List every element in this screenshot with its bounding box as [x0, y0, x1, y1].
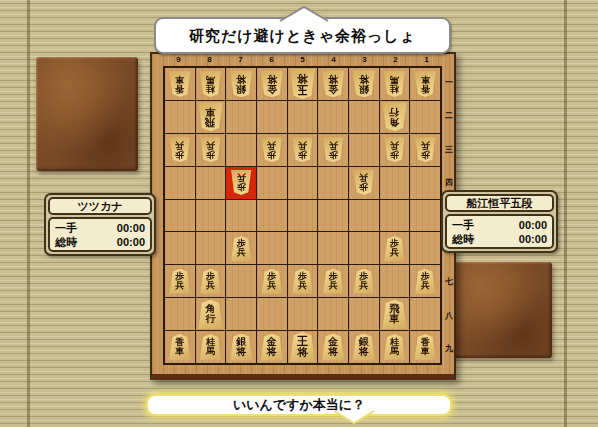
shogi-piece-sente[interactable]: 歩兵 [169, 269, 190, 294]
shogi-piece-sente[interactable]: 金将 [322, 334, 345, 361]
total-time-value: 00:00 [519, 232, 547, 246]
board-cell[interactable] [257, 232, 287, 264]
shogi-piece-sente[interactable]: 歩兵 [231, 236, 252, 261]
board-cell[interactable]: 歩兵 [165, 134, 195, 166]
shogi-piece-gote[interactable]: 歩兵 [415, 137, 436, 162]
total-time-label: 総時 [452, 232, 474, 246]
board-cell[interactable]: 角行 [380, 101, 410, 133]
shogi-piece-gote[interactable]: 香車 [414, 71, 436, 97]
speech-bubble-top: 研究だけ避けときゃ余裕っしょ [154, 17, 451, 54]
board-cell[interactable] [196, 232, 226, 264]
board-cell[interactable]: 歩兵 [349, 265, 379, 297]
board-cell[interactable]: 桂馬 [196, 68, 226, 100]
board-cell[interactable] [165, 232, 195, 264]
move-time-value: 00:00 [519, 218, 547, 232]
board-cell[interactable]: 王将 [288, 331, 318, 363]
board-cell[interactable]: 歩兵 [196, 134, 226, 166]
shogi-piece-gote[interactable]: 歩兵 [231, 170, 252, 195]
board-cell[interactable] [165, 200, 195, 232]
board-cell[interactable] [226, 298, 256, 330]
shogi-piece-sente[interactable]: 香車 [169, 334, 191, 360]
file-label: 9 [163, 54, 194, 66]
file-label: 8 [194, 54, 225, 66]
board-cell[interactable] [165, 298, 195, 330]
speech-text-bottom: いいんですか本当に？ [233, 397, 365, 412]
player-name-left: ツツカナ [48, 197, 152, 215]
shogi-piece-sente[interactable]: 角行 [198, 300, 223, 329]
board-cell[interactable] [349, 298, 379, 330]
board-cell[interactable]: 歩兵 [226, 232, 256, 264]
move-time-value: 00:00 [117, 221, 145, 235]
shogi-piece-sente[interactable]: 銀将 [352, 334, 375, 361]
shogi-piece-gote[interactable]: 桂馬 [199, 71, 221, 97]
board-cell[interactable]: 角行 [196, 298, 226, 330]
board-cell[interactable] [318, 232, 348, 264]
shogi-piece-gote[interactable]: 角行 [382, 102, 407, 131]
file-label: 5 [287, 54, 318, 66]
file-label: 4 [318, 54, 349, 66]
board-cell[interactable]: 桂馬 [380, 331, 410, 363]
player-name-right: 船江恒平五段 [445, 194, 554, 212]
shogi-piece-sente[interactable]: 歩兵 [323, 269, 344, 294]
board-cell[interactable] [288, 232, 318, 264]
board-cell[interactable] [226, 101, 256, 133]
board-cell[interactable] [349, 232, 379, 264]
file-label: 2 [380, 54, 411, 66]
board-cell[interactable] [196, 167, 226, 199]
board-cell[interactable]: 銀将 [226, 331, 256, 363]
move-time-label: 一手 [452, 218, 474, 232]
speech-text-top: 研究だけ避けときゃ余裕っしょ [189, 27, 416, 44]
board-cell[interactable]: 歩兵 [226, 167, 256, 199]
board-cell[interactable]: 飛車 [196, 101, 226, 133]
rank-label: 八 [443, 299, 455, 332]
board-cell[interactable] [349, 200, 379, 232]
board-cell[interactable]: 歩兵 [196, 265, 226, 297]
board-cell[interactable]: 飛車 [380, 298, 410, 330]
board-cell[interactable] [380, 265, 410, 297]
rank-label: 一 [443, 66, 455, 99]
board-cell[interactable]: 香車 [165, 331, 195, 363]
board-cell[interactable] [288, 200, 318, 232]
board-cell[interactable]: 銀将 [226, 68, 256, 100]
rank-label: 九 [443, 332, 455, 365]
shogi-piece-sente[interactable]: 飛車 [382, 300, 407, 329]
shogi-piece-gote[interactable]: 歩兵 [261, 137, 282, 162]
rank-label: 七 [443, 265, 455, 298]
shogi-piece-sente[interactable]: 香車 [414, 334, 436, 360]
board-cell[interactable]: 歩兵 [410, 265, 440, 297]
shogi-piece-sente[interactable]: 歩兵 [415, 269, 436, 294]
board-cell[interactable]: 歩兵 [165, 265, 195, 297]
total-time-value: 00:00 [117, 235, 145, 249]
board-cell[interactable]: 金将 [318, 68, 348, 100]
board-cell[interactable] [380, 200, 410, 232]
file-coordinate-labels: 987654321 [163, 54, 442, 66]
player-panel-right: 船江恒平五段 一手 00:00 総時 00:00 [441, 190, 558, 253]
shogi-piece-sente[interactable]: 桂馬 [199, 334, 221, 360]
shogi-piece-gote[interactable]: 歩兵 [292, 137, 313, 162]
board-cell[interactable] [257, 200, 287, 232]
board-cell[interactable] [165, 167, 195, 199]
clock-right: 一手 00:00 総時 00:00 [445, 214, 554, 249]
board-cell[interactable] [410, 101, 440, 133]
board-cell[interactable]: 香車 [410, 331, 440, 363]
shogi-piece-sente[interactable]: 歩兵 [384, 236, 405, 261]
board-cell[interactable]: 銀将 [349, 331, 379, 363]
shogi-piece-gote[interactable]: 銀将 [352, 70, 375, 97]
tatami-seam [27, 0, 30, 427]
move-time-label: 一手 [55, 221, 77, 235]
shogi-piece-sente[interactable]: 金将 [260, 334, 283, 361]
shogi-piece-gote[interactable]: 金将 [260, 70, 283, 97]
board-cell[interactable]: 桂馬 [196, 331, 226, 363]
board-cell[interactable]: 銀将 [349, 68, 379, 100]
board-cell[interactable] [349, 101, 379, 133]
board-grid: 香車桂馬銀将金将玉将金将銀将桂馬香車飛車角行歩兵歩兵歩兵歩兵歩兵歩兵歩兵歩兵歩兵… [163, 66, 442, 365]
shogi-piece-sente[interactable]: 歩兵 [292, 269, 313, 294]
shogi-piece-gote[interactable]: 銀将 [230, 70, 253, 97]
board-cell[interactable]: 香車 [165, 68, 195, 100]
board-cell[interactable] [318, 101, 348, 133]
shogi-piece-gote[interactable]: 金将 [322, 70, 345, 97]
shogi-piece-sente[interactable]: 歩兵 [200, 269, 221, 294]
gote-captured-pieces-stand[interactable] [36, 57, 138, 171]
board-cell[interactable] [257, 298, 287, 330]
board-cell[interactable] [410, 298, 440, 330]
shogi-piece-gote[interactable]: 歩兵 [169, 137, 190, 162]
shogi-piece-sente[interactable]: 歩兵 [353, 269, 374, 294]
board-cell[interactable] [226, 134, 256, 166]
file-label: 3 [349, 54, 380, 66]
tatami-seam [564, 0, 567, 427]
board-cell[interactable] [349, 134, 379, 166]
player-panel-left: ツツカナ 一手 00:00 総時 00:00 [44, 193, 156, 256]
board-cell[interactable] [410, 200, 440, 232]
board-cell[interactable] [288, 298, 318, 330]
board-cell[interactable]: 歩兵 [257, 134, 287, 166]
board-cell[interactable] [257, 101, 287, 133]
shogi-piece-gote[interactable]: 玉将 [289, 69, 315, 99]
board-cell[interactable]: 玉将 [288, 68, 318, 100]
board-cell[interactable] [226, 200, 256, 232]
bubble-tail-down-icon [334, 413, 374, 423]
shogi-app-window: 987654321 一二三四五六七八九 香車桂馬銀将金将玉将金将銀将桂馬香車飛車… [0, 0, 598, 427]
board-cell[interactable] [410, 232, 440, 264]
bubble-tail-up-icon [280, 7, 328, 20]
board-cell[interactable] [257, 167, 287, 199]
shogi-piece-gote[interactable]: 歩兵 [384, 137, 405, 162]
file-label: 6 [256, 54, 287, 66]
shogi-piece-sente[interactable]: 銀将 [230, 334, 253, 361]
board-cell[interactable] [165, 101, 195, 133]
rank-label: 三 [443, 132, 455, 165]
total-time-label: 総時 [55, 235, 77, 249]
shogi-piece-sente[interactable]: 桂馬 [383, 334, 405, 360]
board-cell[interactable]: 金将 [257, 331, 287, 363]
board-cell[interactable]: 歩兵 [318, 265, 348, 297]
board-cell[interactable]: 金将 [257, 68, 287, 100]
board-cell[interactable] [318, 167, 348, 199]
shogi-board: 987654321 一二三四五六七八九 香車桂馬銀将金将玉将金将銀将桂馬香車飛車… [150, 52, 456, 380]
board-cell[interactable] [288, 101, 318, 133]
board-cell[interactable]: 歩兵 [288, 134, 318, 166]
board-cell[interactable]: 歩兵 [288, 265, 318, 297]
board-cell[interactable] [288, 167, 318, 199]
board-cell[interactable]: 歩兵 [318, 134, 348, 166]
board-cell[interactable]: 桂馬 [380, 68, 410, 100]
board-cell[interactable] [318, 298, 348, 330]
shogi-piece-gote[interactable]: 歩兵 [353, 170, 374, 195]
board-cell[interactable]: 歩兵 [349, 167, 379, 199]
shogi-piece-gote[interactable]: 桂馬 [383, 71, 405, 97]
file-label: 7 [225, 54, 256, 66]
clock-left: 一手 00:00 総時 00:00 [48, 217, 152, 252]
board-cell[interactable]: 香車 [410, 68, 440, 100]
shogi-piece-gote[interactable]: 歩兵 [200, 137, 221, 162]
speech-bubble-bottom: いいんですか本当に？ [146, 394, 452, 416]
board-cell[interactable]: 歩兵 [380, 232, 410, 264]
board-cell[interactable] [410, 167, 440, 199]
shogi-piece-sente[interactable]: 歩兵 [261, 269, 282, 294]
shogi-piece-gote[interactable]: 飛車 [198, 102, 223, 131]
shogi-piece-gote[interactable]: 香車 [169, 71, 191, 97]
board-cell[interactable] [226, 265, 256, 297]
shogi-piece-sente[interactable]: 王将 [289, 332, 315, 362]
board-cell[interactable] [380, 167, 410, 199]
sente-captured-pieces-stand[interactable] [450, 262, 552, 358]
board-cell[interactable]: 歩兵 [257, 265, 287, 297]
board-cell[interactable]: 金将 [318, 331, 348, 363]
rank-label: 二 [443, 99, 455, 132]
file-label: 1 [411, 54, 442, 66]
board-cell[interactable] [318, 200, 348, 232]
board-cell[interactable]: 歩兵 [380, 134, 410, 166]
shogi-piece-gote[interactable]: 歩兵 [323, 137, 344, 162]
board-cell[interactable] [196, 200, 226, 232]
board-cell[interactable]: 歩兵 [410, 134, 440, 166]
